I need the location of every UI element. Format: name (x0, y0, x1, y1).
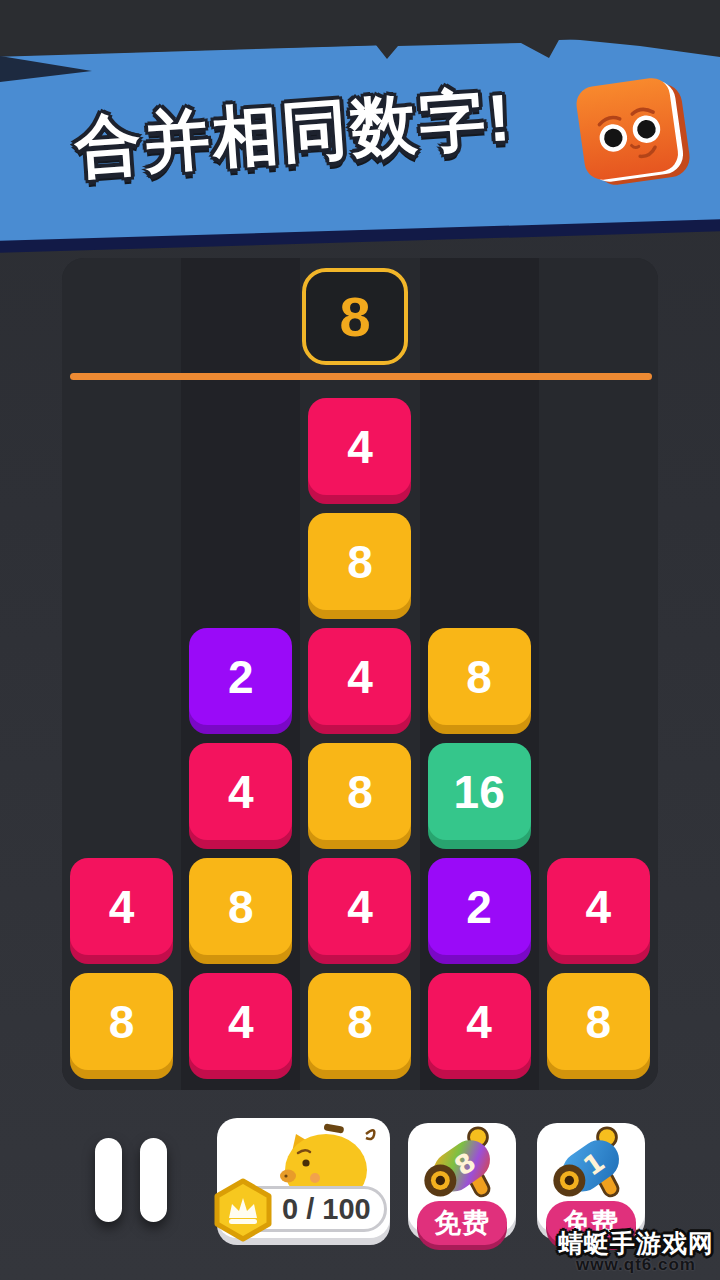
tile-8[interactable]: 8 (428, 628, 531, 725)
grid-cell: 2 (420, 858, 539, 973)
grid-cell: 8 (181, 858, 300, 973)
crown-coin-icon (211, 1178, 275, 1246)
free-label: 免费 (434, 1205, 490, 1241)
tile-4[interactable]: 4 (308, 628, 411, 725)
game-screen: 合并相同数字! (0, 0, 720, 1280)
tile-4[interactable]: 4 (189, 743, 292, 840)
grid-cell: 4 (420, 973, 539, 1088)
piggy-bank-button[interactable]: 0 / 100 (217, 1118, 390, 1238)
grid-cell: 4 (300, 858, 419, 973)
pause-icon (140, 1138, 167, 1222)
grid-cell (62, 513, 181, 628)
grid-cell (420, 513, 539, 628)
grid-cell (539, 628, 658, 743)
grid-cell (181, 513, 300, 628)
grid-cell: 4 (181, 973, 300, 1088)
grid-cell: 4 (181, 743, 300, 858)
free-badge: 免费 (417, 1201, 507, 1245)
grid-cell (420, 398, 539, 513)
game-board: 8 4824848164842484848 (62, 258, 658, 1090)
tile-4[interactable]: 4 (70, 858, 173, 955)
tile-8[interactable]: 8 (308, 743, 411, 840)
booster-cannon-8-button[interactable]: 8 免费 (408, 1123, 516, 1233)
tile-8[interactable]: 8 (70, 973, 173, 1070)
grid-cell (181, 398, 300, 513)
grid-cell: 8 (300, 513, 419, 628)
tile-8[interactable]: 8 (547, 973, 650, 1070)
grid-cell: 4 (300, 398, 419, 513)
piggy-progress-value: 0 / 100 (282, 1193, 371, 1226)
drop-limit-line (70, 373, 652, 380)
blue-cannon-icon: 1 (548, 1125, 634, 1209)
tile-2[interactable]: 2 (428, 858, 531, 955)
tile-2[interactable]: 2 (189, 628, 292, 725)
booster-cannon-1-button[interactable]: 1 免费 (537, 1123, 645, 1233)
grid-cell: 4 (62, 858, 181, 973)
grid-cell (62, 398, 181, 513)
grid-cell: 8 (300, 743, 419, 858)
grid-cell: 4 (300, 628, 419, 743)
grid-cell: 8 (420, 628, 539, 743)
tile-4[interactable]: 4 (308, 398, 411, 495)
next-tile-value: 8 (339, 284, 370, 349)
grid-cell: 8 (62, 973, 181, 1088)
block-mascot-icon (573, 73, 694, 194)
watermark-site-name: 蜻蜓手游戏网 (558, 1230, 714, 1256)
grid-cell: 2 (181, 628, 300, 743)
grid-cell (62, 743, 181, 858)
next-tile-preview: 8 (302, 268, 408, 365)
tile-grid: 4824848164842484848 (62, 398, 658, 1088)
tile-4[interactable]: 4 (189, 973, 292, 1070)
pause-button[interactable] (88, 1138, 174, 1228)
grid-cell: 8 (300, 973, 419, 1088)
grid-cell (539, 513, 658, 628)
rainbow-cannon-icon: 8 (419, 1125, 505, 1209)
grid-cell: 4 (539, 858, 658, 973)
tile-4[interactable]: 4 (428, 973, 531, 1070)
grid-cell (539, 398, 658, 513)
tile-8[interactable]: 8 (308, 513, 411, 610)
tile-8[interactable]: 8 (308, 973, 411, 1070)
pause-icon (95, 1138, 122, 1222)
watermark-url: www.qt6.com (558, 1256, 714, 1274)
tile-4[interactable]: 4 (308, 858, 411, 955)
grid-cell: 16 (420, 743, 539, 858)
watermark: 蜻蜓手游戏网 www.qt6.com (558, 1230, 714, 1274)
grid-cell (62, 628, 181, 743)
grid-cell: 8 (539, 973, 658, 1088)
grid-cell (539, 743, 658, 858)
tile-4[interactable]: 4 (547, 858, 650, 955)
tile-8[interactable]: 8 (189, 858, 292, 955)
tile-16[interactable]: 16 (428, 743, 531, 840)
